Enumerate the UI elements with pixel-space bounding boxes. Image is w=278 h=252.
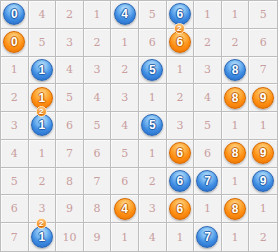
cell-number: 2 [176, 92, 183, 103]
cell-r2c6[interactable]: 6 [139, 29, 167, 57]
cell-r5c5[interactable]: 4 [111, 112, 139, 140]
marble-number: 6 [177, 36, 184, 48]
blue-marble: 5 [141, 59, 163, 81]
orange-marble: 4 [114, 198, 136, 220]
cell-r2c1[interactable]: 0 [1, 29, 29, 57]
cell-r1c5[interactable]: 4 [111, 1, 139, 29]
cell-r9c5[interactable]: 1 [111, 223, 139, 251]
cell-r3c5[interactable]: 2 [111, 57, 139, 85]
marble-number: 5 [149, 64, 156, 76]
cell-r9c10[interactable]: 2 [249, 223, 277, 251]
cell-r2c9[interactable]: 2 [222, 29, 250, 57]
marble-number: 0 [11, 8, 18, 20]
cell-number: 4 [204, 92, 211, 103]
cell-number: 6 [121, 176, 128, 187]
cell-r6c2[interactable]: 1 [29, 140, 57, 168]
cell-number: 2 [38, 176, 45, 187]
orange-marble: 8 [224, 142, 246, 164]
cell-r2c3[interactable]: 3 [56, 29, 84, 57]
cell-r4c6[interactable]: 1 [139, 84, 167, 112]
cell-number: 3 [204, 64, 211, 75]
cell-r4c4[interactable]: 4 [84, 84, 112, 112]
cell-r6c10[interactable]: 9 [249, 140, 277, 168]
cell-r9c4[interactable]: 9 [84, 223, 112, 251]
marble-number: 8 [232, 92, 239, 104]
cell-r7c7[interactable]: 6 [167, 168, 195, 196]
cell-number: 1 [38, 148, 45, 159]
cell-number: 1 [176, 64, 183, 75]
marble-number: 1 [39, 231, 46, 243]
cell-number: 10 [62, 232, 76, 243]
cell-r3c8[interactable]: 3 [194, 57, 222, 85]
cell-number: 5 [38, 37, 45, 48]
stack-badge: 2 [36, 218, 47, 229]
cell-r9c3[interactable]: 10 [56, 223, 84, 251]
cell-r8c9[interactable]: 8 [222, 195, 250, 223]
marble-number: 1 [39, 92, 46, 104]
cell-number: 6 [149, 37, 156, 48]
cell-r7c3[interactable]: 8 [56, 168, 84, 196]
cell-number: 4 [94, 92, 101, 103]
cell-number: 7 [11, 232, 18, 243]
cell-number: 2 [94, 37, 101, 48]
marble-number: 6 [177, 147, 184, 159]
cell-number: 3 [11, 120, 18, 131]
cell-r2c4[interactable]: 2 [84, 29, 112, 57]
cell-number: 7 [66, 148, 73, 159]
marble-number: 1 [39, 64, 46, 76]
marble-number: 4 [121, 203, 128, 215]
cell-r6c3[interactable]: 7 [56, 140, 84, 168]
cell-r6c8[interactable]: 6 [194, 140, 222, 168]
cell-number: 1 [260, 203, 267, 214]
cell-number: 4 [11, 148, 18, 159]
cell-number: 7 [94, 176, 101, 187]
cell-number: 1 [149, 148, 156, 159]
cell-r5c9[interactable]: 1 [222, 112, 250, 140]
cell-r5c4[interactable]: 5 [84, 112, 112, 140]
blue-marble: 12 [31, 114, 53, 136]
marble-number: 4 [121, 8, 128, 20]
cell-r7c5[interactable]: 6 [111, 168, 139, 196]
marble-number: 1 [39, 119, 46, 131]
cell-number: 1 [121, 232, 128, 243]
cell-r1c3[interactable]: 2 [56, 1, 84, 29]
cell-r4c1[interactable]: 2 [1, 84, 29, 112]
game-board: 0421456115053216622261143251387215431248… [0, 0, 278, 252]
cell-r2c10[interactable]: 6 [249, 29, 277, 57]
cell-r1c9[interactable]: 1 [222, 1, 250, 29]
cell-number: 2 [204, 37, 211, 48]
cell-r3c7[interactable]: 1 [167, 57, 195, 85]
cell-r4c7[interactable]: 2 [167, 84, 195, 112]
cell-number: 5 [121, 148, 128, 159]
cell-r1c2[interactable]: 4 [29, 1, 57, 29]
cell-number: 4 [121, 120, 128, 131]
cell-r2c8[interactable]: 2 [194, 29, 222, 57]
orange-marble: 0 [3, 31, 25, 53]
cell-r7c4[interactable]: 7 [84, 168, 112, 196]
cell-number: 1 [232, 120, 239, 131]
cell-number: 4 [149, 232, 156, 243]
cell-r4c10[interactable]: 9 [249, 84, 277, 112]
blue-marble: 8 [224, 59, 246, 81]
cell-number: 1 [204, 203, 211, 214]
cell-number: 3 [176, 120, 183, 131]
stack-badge: 2 [36, 106, 47, 117]
orange-marble: 1 [31, 87, 53, 109]
cell-number: 1 [176, 232, 183, 243]
cell-r5c3[interactable]: 6 [56, 112, 84, 140]
cell-number: 5 [11, 176, 18, 187]
cell-r3c10[interactable]: 7 [249, 57, 277, 85]
marble-number: 6 [177, 175, 184, 187]
blue-marble: 7 [196, 170, 218, 192]
marble-number: 9 [260, 147, 267, 159]
blue-marble: 9 [252, 170, 274, 192]
cell-r3c2[interactable]: 1 [29, 57, 57, 85]
cell-r6c5[interactable]: 5 [111, 140, 139, 168]
cell-r5c7[interactable]: 3 [167, 112, 195, 140]
cell-number: 3 [149, 203, 156, 214]
cell-r3c9[interactable]: 8 [222, 57, 250, 85]
cell-number: 5 [94, 120, 101, 131]
blue-marble: 12 [31, 226, 53, 248]
blue-marble: 6 [169, 3, 191, 25]
cell-r8c6[interactable]: 3 [139, 195, 167, 223]
cell-r2c7[interactable]: 62 [167, 29, 195, 57]
cell-number: 3 [94, 64, 101, 75]
cell-number: 1 [11, 64, 18, 75]
cell-number: 3 [66, 37, 73, 48]
cell-r4c3[interactable]: 5 [56, 84, 84, 112]
cell-r4c8[interactable]: 4 [194, 84, 222, 112]
cell-r5c1[interactable]: 3 [1, 112, 29, 140]
marble-number: 8 [232, 147, 239, 159]
cell-r7c1[interactable]: 5 [1, 168, 29, 196]
cell-number: 6 [66, 120, 73, 131]
orange-marble: 8 [224, 198, 246, 220]
orange-marble: 6 [169, 198, 191, 220]
marble-number: 5 [149, 119, 156, 131]
blue-marble: 7 [196, 226, 218, 248]
blue-marble: 5 [141, 114, 163, 136]
cell-r7c10[interactable]: 9 [249, 168, 277, 196]
cell-r7c9[interactable]: 1 [222, 168, 250, 196]
cell-r7c8[interactable]: 7 [194, 168, 222, 196]
cell-number: 8 [66, 176, 73, 187]
cell-number: 3 [121, 92, 128, 103]
cell-r3c4[interactable]: 3 [84, 57, 112, 85]
cell-r6c9[interactable]: 8 [222, 140, 250, 168]
cell-number: 5 [66, 92, 73, 103]
cell-number: 5 [149, 9, 156, 20]
cell-r9c7[interactable]: 1 [167, 223, 195, 251]
marble-number: 8 [232, 203, 239, 215]
cell-r1c4[interactable]: 1 [84, 1, 112, 29]
cell-r4c9[interactable]: 8 [222, 84, 250, 112]
cell-number: 2 [232, 37, 239, 48]
cell-r3c3[interactable]: 4 [56, 57, 84, 85]
cell-r7c6[interactable]: 2 [139, 168, 167, 196]
blue-marble: 4 [114, 3, 136, 25]
cell-number: 1 [232, 9, 239, 20]
cell-r1c6[interactable]: 5 [139, 1, 167, 29]
cell-number: 6 [94, 148, 101, 159]
cell-number: 4 [38, 9, 45, 20]
cell-number: 5 [204, 120, 211, 131]
marble-number: 7 [204, 175, 211, 187]
marble-number: 7 [204, 231, 211, 243]
orange-marble: 8 [224, 87, 246, 109]
cell-number: 6 [11, 203, 18, 214]
blue-marble: 1 [31, 59, 53, 81]
cell-r9c8[interactable]: 7 [194, 223, 222, 251]
cell-r8c7[interactable]: 6 [167, 195, 195, 223]
cell-number: 7 [260, 64, 267, 75]
cell-number: 1 [260, 120, 267, 131]
marble-number: 9 [260, 92, 267, 104]
cell-r9c2[interactable]: 12 [29, 223, 57, 251]
cell-r6c1[interactable]: 4 [1, 140, 29, 168]
cell-r8c5[interactable]: 4 [111, 195, 139, 223]
cell-number: 6 [260, 37, 267, 48]
cell-number: 5 [260, 9, 267, 20]
cell-r9c1[interactable]: 7 [1, 223, 29, 251]
cell-r8c3[interactable]: 9 [56, 195, 84, 223]
cell-r3c1[interactable]: 1 [1, 57, 29, 85]
blue-marble: 0 [3, 3, 25, 25]
cell-r1c8[interactable]: 1 [194, 1, 222, 29]
cell-number: 2 [11, 92, 18, 103]
orange-marble: 9 [252, 87, 274, 109]
cell-number: 1 [232, 176, 239, 187]
cell-number: 2 [149, 176, 156, 187]
cell-r3c6[interactable]: 5 [139, 57, 167, 85]
cell-r5c6[interactable]: 5 [139, 112, 167, 140]
cell-r9c6[interactable]: 4 [139, 223, 167, 251]
marble-number: 8 [232, 64, 239, 76]
cell-r8c8[interactable]: 1 [194, 195, 222, 223]
blue-marble: 6 [169, 170, 191, 192]
cell-number: 1 [204, 9, 211, 20]
cell-number: 1 [121, 37, 128, 48]
cell-number: 9 [66, 203, 73, 214]
cell-number: 3 [38, 203, 45, 214]
stack-badge: 2 [174, 23, 185, 34]
cell-number: 2 [260, 232, 267, 243]
cell-number: 1 [232, 232, 239, 243]
marble-number: 6 [177, 203, 184, 215]
cell-r8c4[interactable]: 8 [84, 195, 112, 223]
cell-number: 4 [66, 64, 73, 75]
cell-r9c9[interactable]: 1 [222, 223, 250, 251]
cell-r5c10[interactable]: 1 [249, 112, 277, 140]
marble-number: 6 [177, 8, 184, 20]
cell-r1c1[interactable]: 0 [1, 1, 29, 29]
cell-r5c8[interactable]: 5 [194, 112, 222, 140]
cell-number: 2 [121, 64, 128, 75]
cell-r8c10[interactable]: 1 [249, 195, 277, 223]
cell-number: 1 [149, 92, 156, 103]
cell-number: 9 [94, 232, 101, 243]
cell-r7c2[interactable]: 2 [29, 168, 57, 196]
orange-marble: 6 [169, 142, 191, 164]
cell-r5c2[interactable]: 12 [29, 112, 57, 140]
cell-number: 1 [94, 9, 101, 20]
cell-r8c1[interactable]: 6 [1, 195, 29, 223]
cell-r6c7[interactable]: 6 [167, 140, 195, 168]
cell-r4c5[interactable]: 3 [111, 84, 139, 112]
cell-r6c6[interactable]: 1 [139, 140, 167, 168]
marble-number: 0 [11, 36, 18, 48]
cell-number: 8 [94, 203, 101, 214]
orange-marble: 62 [169, 31, 191, 53]
cell-number: 2 [66, 9, 73, 20]
cell-r1c10[interactable]: 5 [249, 1, 277, 29]
cell-number: 6 [204, 148, 211, 159]
marble-number: 9 [260, 175, 267, 187]
cell-r2c2[interactable]: 5 [29, 29, 57, 57]
orange-marble: 9 [252, 142, 274, 164]
cell-r6c4[interactable]: 6 [84, 140, 112, 168]
cell-r2c5[interactable]: 1 [111, 29, 139, 57]
